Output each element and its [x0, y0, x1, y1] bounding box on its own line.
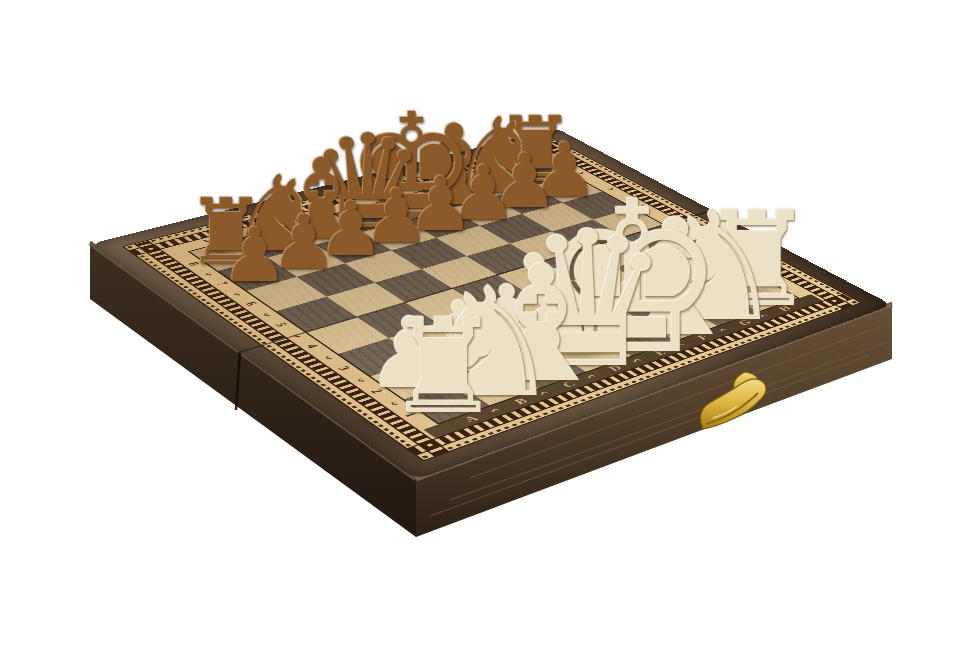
piece-white-rook-a1[interactable]: ♜	[378, 302, 509, 433]
piece-brown-pawn-a7[interactable]: ♟	[217, 218, 292, 293]
pieces-layer: ♜♞♟♝♟♚♟♛♟♝♟♞♟♜♟♟♟♟♜♟♞♟♝♟♚♟♛♟♝♟♞♜	[0, 0, 980, 648]
chess-set-photo: AABBCCDDEEFFGGHH12345678ςςςςςςςςςςςςςςςς…	[0, 0, 980, 648]
